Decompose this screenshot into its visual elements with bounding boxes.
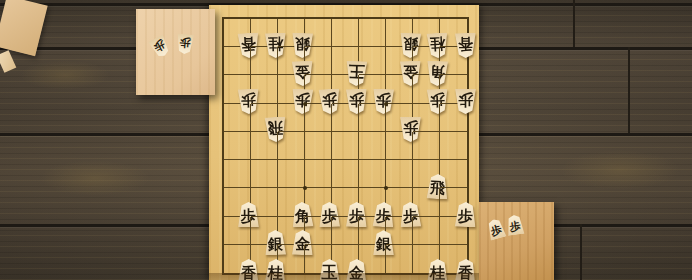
board-cell[interactable] [278, 132, 305, 160]
board-cell[interactable]: 金 [278, 47, 305, 75]
board-cell[interactable]: 銀 [386, 19, 413, 47]
wood-grain [560, 150, 680, 190]
board-cell[interactable]: 桂 [251, 19, 278, 47]
plank-joint [628, 47, 630, 133]
board-cell[interactable]: 金 [278, 217, 305, 245]
board-cell[interactable]: 歩 [305, 188, 332, 216]
board-cell[interactable]: 桂 [251, 245, 278, 273]
board-cell[interactable] [224, 217, 251, 245]
board-cell[interactable]: 角 [413, 47, 440, 75]
board-cell[interactable] [332, 19, 359, 47]
board-grid: 香桂銀銀桂香金王金角歩歩歩歩歩歩歩飛歩飛歩角歩歩歩歩歩銀金銀香桂玉金桂香 [222, 17, 469, 275]
board-cell[interactable]: 歩 [305, 75, 332, 103]
board-cell[interactable] [305, 47, 332, 75]
board-cell[interactable]: 歩 [332, 188, 359, 216]
wood-grain [20, 60, 110, 90]
board-cell[interactable] [251, 47, 278, 75]
board-cell[interactable] [224, 47, 251, 75]
board-cell[interactable] [413, 217, 440, 245]
board-cell[interactable]: 飛 [251, 104, 278, 132]
board-cell[interactable] [386, 160, 413, 188]
board-cell[interactable] [386, 217, 413, 245]
board-cell[interactable]: 香 [224, 245, 251, 273]
board-cell[interactable] [251, 188, 278, 216]
board-cell[interactable] [440, 132, 467, 160]
stray-piece [0, 50, 16, 73]
board-cell[interactable] [278, 160, 305, 188]
board-cell[interactable] [305, 104, 332, 132]
board-cell[interactable] [224, 160, 251, 188]
captured-fu-sente[interactable]: 歩 [485, 217, 508, 241]
board-cell[interactable]: 歩 [386, 104, 413, 132]
piece-kanji: 歩 [152, 39, 167, 54]
board-cell[interactable]: 香 [440, 19, 467, 47]
board-cell[interactable]: 香 [440, 245, 467, 273]
piece-kanji: 歩 [489, 223, 503, 237]
board-cell[interactable] [278, 245, 305, 273]
piece-kanji: 歩 [509, 220, 521, 232]
board-cell[interactable] [332, 132, 359, 160]
board-cell[interactable]: 歩 [224, 188, 251, 216]
plank-joint [573, 0, 575, 47]
board-cell[interactable] [386, 75, 413, 103]
board-cell[interactable]: 歩 [413, 75, 440, 103]
board-cell[interactable] [224, 104, 251, 132]
board-cell[interactable]: 玉 [305, 245, 332, 273]
board-cell[interactable] [278, 104, 305, 132]
board-cell[interactable] [305, 132, 332, 160]
board-cell[interactable]: 歩 [440, 188, 467, 216]
captured-fu-sente[interactable]: 歩 [505, 214, 526, 236]
hoshi-dot [384, 186, 388, 190]
board-cell[interactable]: 飛 [413, 160, 440, 188]
sente-komadai: 歩歩 [479, 202, 554, 280]
board-cell[interactable]: 歩 [359, 188, 386, 216]
board-cell[interactable] [386, 245, 413, 273]
board-cell[interactable] [359, 19, 386, 47]
captured-fu-gote[interactable]: 歩 [175, 33, 195, 54]
board-cell[interactable] [359, 245, 386, 273]
board-cell[interactable] [413, 188, 440, 216]
board-cell[interactable]: 角 [278, 188, 305, 216]
board-cell[interactable]: 歩 [332, 75, 359, 103]
piece-kanji: 香 [457, 265, 473, 280]
plank-joint [580, 224, 582, 280]
board-cell[interactable]: 歩 [359, 75, 386, 103]
gote-komadai: 歩歩 [136, 9, 215, 95]
board-cell[interactable]: 桂 [413, 245, 440, 273]
board-cell[interactable] [305, 19, 332, 47]
board-cell[interactable]: 銀 [251, 217, 278, 245]
board-cell[interactable] [332, 217, 359, 245]
board-cell[interactable]: 金 [332, 245, 359, 273]
board-cell[interactable] [305, 160, 332, 188]
board-cell[interactable]: 銀 [278, 19, 305, 47]
board-cell[interactable]: 歩 [386, 188, 413, 216]
board-cell[interactable] [386, 132, 413, 160]
board-cell[interactable] [332, 160, 359, 188]
board-cell[interactable] [224, 132, 251, 160]
hoshi-dot [384, 102, 388, 106]
board-cell[interactable] [413, 132, 440, 160]
board-cell[interactable]: 銀 [359, 217, 386, 245]
board-cell[interactable]: 歩 [440, 75, 467, 103]
board-cell[interactable] [440, 104, 467, 132]
board-cell[interactable] [359, 160, 386, 188]
board-cell[interactable] [359, 47, 386, 75]
board-cell[interactable]: 歩 [278, 75, 305, 103]
board-cell[interactable] [359, 104, 386, 132]
board-cell[interactable]: 歩 [224, 75, 251, 103]
board-cell[interactable] [251, 75, 278, 103]
wood-grain [40, 160, 150, 196]
board-cell[interactable] [305, 217, 332, 245]
piece-kanji: 歩 [179, 37, 191, 49]
shogi-board: 香桂銀銀桂香金王金角歩歩歩歩歩歩歩飛歩飛歩角歩歩歩歩歩銀金銀香桂玉金桂香 [209, 5, 479, 280]
board-cell[interactable] [413, 104, 440, 132]
piece-sente-kyo[interactable]: 香 [453, 258, 477, 280]
board-cell[interactable]: 香 [224, 19, 251, 47]
board-cell[interactable] [440, 160, 467, 188]
board-cell[interactable] [332, 104, 359, 132]
hoshi-dot [303, 102, 307, 106]
board-cell[interactable]: 王 [332, 47, 359, 75]
board-cell[interactable] [359, 132, 386, 160]
hoshi-dot [303, 186, 307, 190]
board-cell[interactable] [251, 160, 278, 188]
table: 香桂銀銀桂香金王金角歩歩歩歩歩歩歩飛歩飛歩角歩歩歩歩歩銀金銀香桂玉金桂香 歩歩 … [0, 0, 692, 280]
board-cell[interactable] [440, 217, 467, 245]
captured-fu-gote[interactable]: 歩 [147, 34, 172, 60]
board-cell[interactable] [440, 47, 467, 75]
board-cell[interactable]: 桂 [413, 19, 440, 47]
board-cell[interactable]: 金 [386, 47, 413, 75]
board-cell[interactable] [251, 132, 278, 160]
